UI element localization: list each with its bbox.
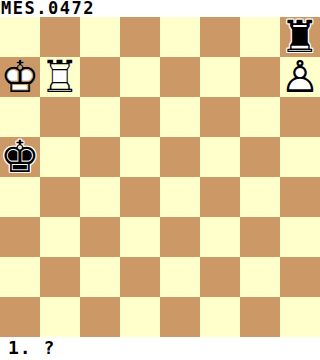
- square-d8[interactable]: [120, 17, 160, 57]
- square-g6[interactable]: [240, 97, 280, 137]
- square-g1[interactable]: [240, 297, 280, 337]
- square-d7[interactable]: [120, 57, 160, 97]
- square-a1[interactable]: [0, 297, 40, 337]
- square-d2[interactable]: [120, 257, 160, 297]
- piece-outline-layer: ♖: [40, 55, 79, 99]
- white-pawn[interactable]: ♟♙: [280, 57, 320, 97]
- square-h5[interactable]: [280, 137, 320, 177]
- square-h6[interactable]: [280, 97, 320, 137]
- square-b4[interactable]: [40, 177, 80, 217]
- square-g2[interactable]: [240, 257, 280, 297]
- square-c8[interactable]: [80, 17, 120, 57]
- square-e1[interactable]: [160, 297, 200, 337]
- square-b1[interactable]: [40, 297, 80, 337]
- square-a2[interactable]: [0, 257, 40, 297]
- piece-outline-layer: ♔: [0, 55, 39, 99]
- square-g5[interactable]: [240, 137, 280, 177]
- square-f6[interactable]: [200, 97, 240, 137]
- square-d5[interactable]: [120, 137, 160, 177]
- square-b6[interactable]: [40, 97, 80, 137]
- square-a3[interactable]: [0, 217, 40, 257]
- square-c1[interactable]: [80, 297, 120, 337]
- square-b5[interactable]: [40, 137, 80, 177]
- square-g8[interactable]: [240, 17, 280, 57]
- square-d4[interactable]: [120, 177, 160, 217]
- piece-glyph: ♚: [0, 135, 39, 179]
- square-h2[interactable]: [280, 257, 320, 297]
- square-e6[interactable]: [160, 97, 200, 137]
- square-g4[interactable]: [240, 177, 280, 217]
- square-f4[interactable]: [200, 177, 240, 217]
- square-a5[interactable]: ♚: [0, 137, 40, 177]
- square-e3[interactable]: [160, 217, 200, 257]
- square-e8[interactable]: [160, 17, 200, 57]
- square-h7[interactable]: ♟♙: [280, 57, 320, 97]
- chess-board[interactable]: ♜♚♔♜♖♟♙♚: [0, 17, 320, 337]
- square-f7[interactable]: [200, 57, 240, 97]
- square-e5[interactable]: [160, 137, 200, 177]
- square-h1[interactable]: [280, 297, 320, 337]
- chess-diagram-page: MES.0472 ♜♚♔♜♖♟♙♚ 1. ?: [0, 0, 320, 360]
- square-f8[interactable]: [200, 17, 240, 57]
- white-king[interactable]: ♚♔: [0, 57, 40, 97]
- square-h3[interactable]: [280, 217, 320, 257]
- square-f1[interactable]: [200, 297, 240, 337]
- square-f5[interactable]: [200, 137, 240, 177]
- square-a4[interactable]: [0, 177, 40, 217]
- square-h4[interactable]: [280, 177, 320, 217]
- black-king[interactable]: ♚: [0, 137, 40, 177]
- puzzle-id: MES.0472: [1, 0, 95, 17]
- square-c2[interactable]: [80, 257, 120, 297]
- square-c5[interactable]: [80, 137, 120, 177]
- square-c7[interactable]: [80, 57, 120, 97]
- square-g3[interactable]: [240, 217, 280, 257]
- square-e7[interactable]: [160, 57, 200, 97]
- square-c4[interactable]: [80, 177, 120, 217]
- piece-outline-layer: ♙: [280, 55, 319, 99]
- square-f2[interactable]: [200, 257, 240, 297]
- square-c3[interactable]: [80, 217, 120, 257]
- square-d1[interactable]: [120, 297, 160, 337]
- square-g7[interactable]: [240, 57, 280, 97]
- square-a7[interactable]: ♚♔: [0, 57, 40, 97]
- square-e2[interactable]: [160, 257, 200, 297]
- square-d6[interactable]: [120, 97, 160, 137]
- square-c6[interactable]: [80, 97, 120, 137]
- square-b2[interactable]: [40, 257, 80, 297]
- move-prompt: 1. ?: [8, 337, 55, 359]
- square-e4[interactable]: [160, 177, 200, 217]
- square-b7[interactable]: ♜♖: [40, 57, 80, 97]
- square-f3[interactable]: [200, 217, 240, 257]
- square-b3[interactable]: [40, 217, 80, 257]
- square-d3[interactable]: [120, 217, 160, 257]
- white-rook[interactable]: ♜♖: [40, 57, 80, 97]
